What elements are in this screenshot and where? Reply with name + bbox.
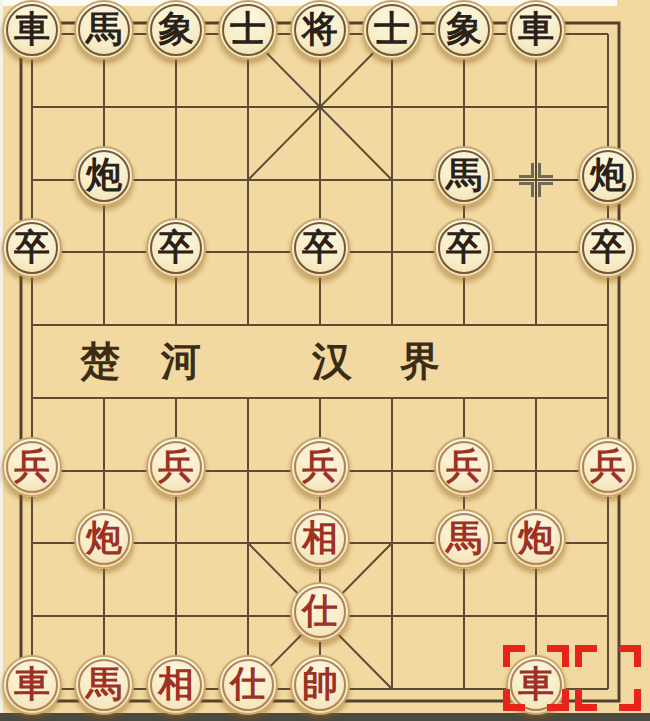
piece-red-general[interactable]: 帥: [290, 655, 350, 715]
piece-glyph: 兵: [14, 448, 50, 484]
piece-glyph: 車: [14, 11, 50, 47]
piece-glyph: 相: [302, 520, 338, 556]
window-edge-left: [0, 0, 3, 713]
piece-black-cannon-1[interactable]: 炮: [74, 146, 134, 206]
piece-red-soldier-2[interactable]: 兵: [146, 437, 206, 497]
piece-black-soldier-2[interactable]: 卒: [146, 218, 206, 278]
piece-glyph: 兵: [590, 448, 626, 484]
piece-black-advisor-2[interactable]: 士: [362, 0, 422, 60]
piece-glyph: 兵: [158, 448, 194, 484]
piece-black-chariot-2[interactable]: 車: [506, 0, 566, 60]
piece-black-soldier-5[interactable]: 卒: [578, 218, 638, 278]
piece-black-elephant-2[interactable]: 象: [434, 0, 494, 60]
piece-red-chariot-2[interactable]: 車: [506, 655, 566, 715]
piece-black-elephant-1[interactable]: 象: [146, 0, 206, 60]
piece-glyph: 卒: [446, 229, 482, 265]
piece-glyph: 卒: [590, 229, 626, 265]
piece-black-general[interactable]: 将: [290, 0, 350, 60]
piece-glyph: 象: [446, 11, 482, 47]
piece-black-soldier-3[interactable]: 卒: [290, 218, 350, 278]
piece-glyph: 馬: [86, 666, 122, 702]
piece-black-soldier-4[interactable]: 卒: [434, 218, 494, 278]
piece-red-soldier-4[interactable]: 兵: [434, 437, 494, 497]
piece-glyph: 将: [302, 11, 338, 47]
piece-glyph: 象: [158, 11, 194, 47]
piece-glyph: 兵: [302, 448, 338, 484]
piece-glyph: 馬: [86, 11, 122, 47]
piece-glyph: 卒: [302, 229, 338, 265]
piece-glyph: 炮: [518, 520, 554, 556]
piece-glyph: 卒: [158, 229, 194, 265]
piece-glyph: 炮: [86, 157, 122, 193]
river-text-chu: 楚: [76, 337, 124, 385]
river-text-he: 河: [157, 337, 205, 385]
piece-glyph: 仕: [230, 666, 266, 702]
piece-glyph: 馬: [446, 157, 482, 193]
piece-red-chariot-1[interactable]: 車: [2, 655, 62, 715]
piece-glyph: 炮: [86, 520, 122, 556]
piece-glyph: 士: [374, 11, 410, 47]
piece-glyph: 炮: [590, 157, 626, 193]
piece-black-horse-1[interactable]: 馬: [74, 0, 134, 60]
piece-black-chariot-1[interactable]: 車: [2, 0, 62, 60]
piece-glyph: 車: [518, 11, 554, 47]
piece-red-elephant-1[interactable]: 相: [146, 655, 206, 715]
river-text-han: 汉: [308, 337, 356, 385]
piece-glyph: 仕: [302, 593, 338, 629]
piece-glyph: 車: [518, 666, 554, 702]
piece-glyph: 帥: [302, 666, 338, 702]
piece-black-soldier-1[interactable]: 卒: [2, 218, 62, 278]
piece-glyph: 車: [14, 666, 50, 702]
piece-glyph: 士: [230, 11, 266, 47]
piece-black-advisor-1[interactable]: 士: [218, 0, 278, 60]
piece-black-cannon-2[interactable]: 炮: [578, 146, 638, 206]
piece-glyph: 卒: [14, 229, 50, 265]
piece-glyph: 兵: [446, 448, 482, 484]
river-text-jie: 界: [396, 337, 444, 385]
xiangqi-board[interactable]: 楚 河 汉 界 車馬象士将士象車炮馬炮卒卒卒卒卒兵兵兵兵兵炮相馬炮仕車馬相仕帥車: [0, 0, 650, 721]
piece-red-advisor-1[interactable]: 仕: [218, 655, 278, 715]
piece-red-soldier-3[interactable]: 兵: [290, 437, 350, 497]
piece-black-horse-2[interactable]: 馬: [434, 146, 494, 206]
piece-glyph: 馬: [446, 520, 482, 556]
piece-red-soldier-5[interactable]: 兵: [578, 437, 638, 497]
piece-glyph: 相: [158, 666, 194, 702]
piece-red-advisor-2[interactable]: 仕: [290, 582, 350, 642]
piece-red-horse-1[interactable]: 馬: [74, 655, 134, 715]
piece-red-soldier-1[interactable]: 兵: [2, 437, 62, 497]
